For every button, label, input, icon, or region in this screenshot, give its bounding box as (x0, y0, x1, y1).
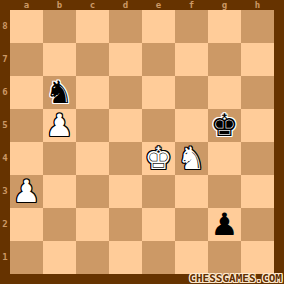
file-label-c: c (76, 0, 109, 10)
square-h8[interactable] (241, 10, 274, 43)
square-a5[interactable] (10, 109, 43, 142)
square-f3[interactable] (175, 175, 208, 208)
square-b3[interactable] (43, 175, 76, 208)
square-c8[interactable] (76, 10, 109, 43)
square-g3[interactable] (208, 175, 241, 208)
square-f8[interactable] (175, 10, 208, 43)
square-d2[interactable] (109, 208, 142, 241)
square-f4[interactable]: ♞ (175, 142, 208, 175)
square-g2[interactable]: ♟ (208, 208, 241, 241)
square-h6[interactable] (241, 76, 274, 109)
square-e4[interactable]: ♚ (142, 142, 175, 175)
square-c3[interactable] (76, 175, 109, 208)
rank-label-4: 4 (0, 142, 10, 175)
square-f7[interactable] (175, 43, 208, 76)
rank-label-7: 7 (0, 43, 10, 76)
square-e6[interactable] (142, 76, 175, 109)
black-king-g5[interactable]: ♚ (208, 109, 241, 142)
square-e7[interactable] (142, 43, 175, 76)
rank-label-5: 5 (0, 109, 10, 142)
square-d6[interactable] (109, 76, 142, 109)
white-knight-f4[interactable]: ♞ (175, 142, 208, 175)
square-f1[interactable] (175, 241, 208, 274)
square-g5[interactable]: ♚ (208, 109, 241, 142)
square-b4[interactable] (43, 142, 76, 175)
square-a1[interactable] (10, 241, 43, 274)
rank-label-8: 8 (0, 10, 10, 43)
board: ♞♟♚♚♞♟♟ (10, 10, 274, 274)
square-b6[interactable]: ♞ (43, 76, 76, 109)
file-label-b: b (43, 0, 76, 10)
black-knight-b6[interactable]: ♞ (43, 76, 76, 109)
square-d7[interactable] (109, 43, 142, 76)
white-king-e4[interactable]: ♚ (142, 142, 175, 175)
rank-label-1: 1 (0, 241, 10, 274)
square-h4[interactable] (241, 142, 274, 175)
square-g4[interactable] (208, 142, 241, 175)
square-a3[interactable]: ♟ (10, 175, 43, 208)
square-e3[interactable] (142, 175, 175, 208)
square-c6[interactable] (76, 76, 109, 109)
square-a7[interactable] (10, 43, 43, 76)
square-b2[interactable] (43, 208, 76, 241)
square-h3[interactable] (241, 175, 274, 208)
file-labels: abcdefgh (10, 0, 274, 10)
square-c5[interactable] (76, 109, 109, 142)
square-d8[interactable] (109, 10, 142, 43)
square-b1[interactable] (43, 241, 76, 274)
square-c1[interactable] (76, 241, 109, 274)
square-a6[interactable] (10, 76, 43, 109)
square-h2[interactable] (241, 208, 274, 241)
square-h5[interactable] (241, 109, 274, 142)
square-g1[interactable] (208, 241, 241, 274)
rank-label-6: 6 (0, 76, 10, 109)
rank-label-2: 2 (0, 208, 10, 241)
square-h1[interactable] (241, 241, 274, 274)
square-a4[interactable] (10, 142, 43, 175)
square-e8[interactable] (142, 10, 175, 43)
file-label-d: d (109, 0, 142, 10)
square-c7[interactable] (76, 43, 109, 76)
square-e5[interactable] (142, 109, 175, 142)
square-d1[interactable] (109, 241, 142, 274)
square-d5[interactable] (109, 109, 142, 142)
file-label-h: h (241, 0, 274, 10)
square-b8[interactable] (43, 10, 76, 43)
square-d4[interactable] (109, 142, 142, 175)
file-label-g: g (208, 0, 241, 10)
file-label-f: f (175, 0, 208, 10)
rank-label-3: 3 (0, 175, 10, 208)
square-f5[interactable] (175, 109, 208, 142)
square-g7[interactable] (208, 43, 241, 76)
file-label-a: a (10, 0, 43, 10)
square-e2[interactable] (142, 208, 175, 241)
square-b5[interactable]: ♟ (43, 109, 76, 142)
square-g8[interactable] (208, 10, 241, 43)
black-pawn-g2[interactable]: ♟ (208, 208, 241, 241)
white-pawn-a3[interactable]: ♟ (10, 175, 43, 208)
square-c4[interactable] (76, 142, 109, 175)
rank-labels: 87654321 (0, 10, 10, 274)
square-a2[interactable] (10, 208, 43, 241)
square-d3[interactable] (109, 175, 142, 208)
square-g6[interactable] (208, 76, 241, 109)
square-f2[interactable] (175, 208, 208, 241)
file-label-e: e (142, 0, 175, 10)
brand-watermark: CHESSGAMES.COM (189, 274, 282, 284)
square-b7[interactable] (43, 43, 76, 76)
white-pawn-b5[interactable]: ♟ (43, 109, 76, 142)
square-h7[interactable] (241, 43, 274, 76)
square-e1[interactable] (142, 241, 175, 274)
square-a8[interactable] (10, 10, 43, 43)
chess-board-frame: abcdefgh 87654321 ♞♟♚♚♞♟♟ CHESSGAMES.COM (0, 0, 284, 284)
square-c2[interactable] (76, 208, 109, 241)
square-f6[interactable] (175, 76, 208, 109)
